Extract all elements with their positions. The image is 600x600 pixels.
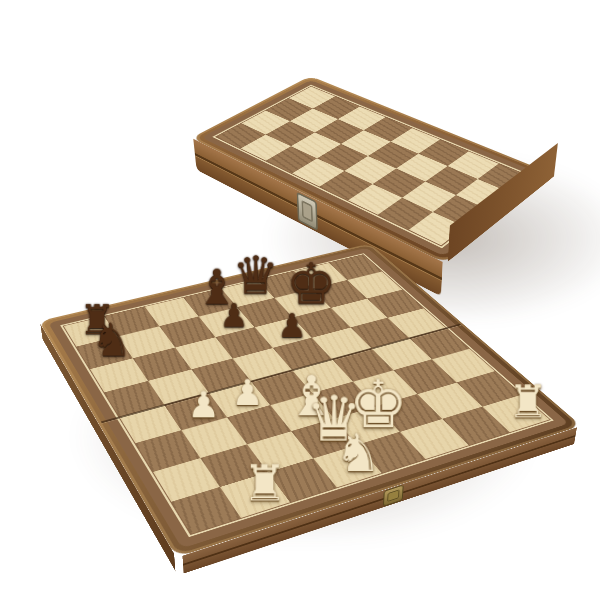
white-pawn-b4[interactable]: ♟ bbox=[187, 387, 220, 423]
white-rook-b1[interactable]: ♜ bbox=[242, 459, 286, 509]
white-knight-d1[interactable]: ♞ bbox=[335, 426, 382, 478]
black-knight-a7[interactable]: ♞ bbox=[90, 317, 131, 363]
black-queen-e8[interactable]: ♛ bbox=[232, 250, 279, 302]
product-photo-chess-set: ♜♝♛♞♟♚♟♟♟♝♛♚♜♞♜ bbox=[0, 0, 600, 600]
white-pawn-c4[interactable]: ♟ bbox=[232, 375, 264, 411]
black-pawn-d7[interactable]: ♟ bbox=[220, 299, 249, 331]
white-rook-h1[interactable]: ♜ bbox=[508, 380, 548, 425]
lid-square bbox=[402, 182, 456, 212]
chess-board: ♜♝♛♞♟♚♟♟♟♝♛♚♜♞♜ bbox=[39, 244, 582, 558]
black-pawn-e6[interactable]: ♟ bbox=[277, 309, 306, 342]
closed-chess-case bbox=[191, 76, 555, 263]
black-king-f7[interactable]: ♚ bbox=[286, 255, 337, 311]
lid-square bbox=[373, 169, 426, 198]
lid-square bbox=[344, 156, 396, 184]
